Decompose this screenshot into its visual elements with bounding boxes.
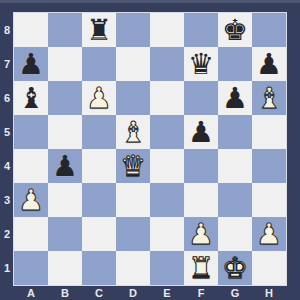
file-label-c: C	[82, 286, 116, 300]
square-c6[interactable]: ♟	[82, 81, 116, 115]
square-b8[interactable]	[48, 13, 82, 47]
square-g8[interactable]: ♚	[218, 13, 252, 47]
square-f8[interactable]	[184, 13, 218, 47]
square-d2[interactable]	[116, 217, 150, 251]
white-pawn[interactable]: ♟	[188, 217, 214, 251]
square-d8[interactable]	[116, 13, 150, 47]
square-e4[interactable]	[150, 149, 184, 183]
rank-label-8: 8	[0, 13, 14, 47]
square-h8[interactable]	[252, 13, 286, 47]
square-f4[interactable]	[184, 149, 218, 183]
chess-board-frame: 87654321 ♜♚♟♛♟♝♟♟♝♝♟♟♛♟♟♟♜♚ ABCDEFGH	[0, 0, 300, 300]
square-a3[interactable]: ♟	[14, 183, 48, 217]
square-h5[interactable]	[252, 115, 286, 149]
square-d3[interactable]	[116, 183, 150, 217]
square-g3[interactable]	[218, 183, 252, 217]
file-labels: ABCDEFGH	[14, 286, 286, 300]
square-a1[interactable]	[14, 251, 48, 285]
square-c3[interactable]	[82, 183, 116, 217]
black-pawn[interactable]: ♟	[18, 47, 44, 81]
board: ♜♚♟♛♟♝♟♟♝♝♟♟♛♟♟♟♜♚	[14, 13, 286, 285]
black-king[interactable]: ♚	[222, 13, 248, 47]
white-pawn[interactable]: ♟	[86, 81, 112, 115]
square-h7[interactable]: ♟	[252, 47, 286, 81]
square-a7[interactable]: ♟	[14, 47, 48, 81]
square-e5[interactable]	[150, 115, 184, 149]
square-c7[interactable]	[82, 47, 116, 81]
square-b5[interactable]	[48, 115, 82, 149]
square-g7[interactable]	[218, 47, 252, 81]
square-d5[interactable]: ♝	[116, 115, 150, 149]
square-g6[interactable]: ♟	[218, 81, 252, 115]
square-a2[interactable]	[14, 217, 48, 251]
square-g5[interactable]	[218, 115, 252, 149]
square-a5[interactable]	[14, 115, 48, 149]
square-f2[interactable]: ♟	[184, 217, 218, 251]
square-b1[interactable]	[48, 251, 82, 285]
square-g2[interactable]	[218, 217, 252, 251]
white-queen[interactable]: ♛	[120, 149, 146, 183]
rank-label-5: 5	[0, 115, 14, 149]
white-pawn[interactable]: ♟	[18, 183, 44, 217]
square-e6[interactable]	[150, 81, 184, 115]
square-d1[interactable]	[116, 251, 150, 285]
square-g4[interactable]	[218, 149, 252, 183]
square-c2[interactable]	[82, 217, 116, 251]
square-e8[interactable]	[150, 13, 184, 47]
square-e2[interactable]	[150, 217, 184, 251]
rank-label-4: 4	[0, 149, 14, 183]
square-c8[interactable]: ♜	[82, 13, 116, 47]
file-label-b: B	[48, 286, 82, 300]
square-d7[interactable]	[116, 47, 150, 81]
white-king[interactable]: ♚	[222, 251, 248, 285]
square-f1[interactable]: ♜	[184, 251, 218, 285]
file-label-f: F	[184, 286, 218, 300]
rank-label-6: 6	[0, 81, 14, 115]
frame-top-strip	[0, 0, 300, 3]
black-pawn[interactable]: ♟	[188, 115, 214, 149]
square-c5[interactable]	[82, 115, 116, 149]
square-b4[interactable]: ♟	[48, 149, 82, 183]
white-pawn[interactable]: ♟	[256, 217, 282, 251]
square-e7[interactable]	[150, 47, 184, 81]
square-e3[interactable]	[150, 183, 184, 217]
square-f7[interactable]: ♛	[184, 47, 218, 81]
square-f5[interactable]: ♟	[184, 115, 218, 149]
square-a4[interactable]	[14, 149, 48, 183]
square-c1[interactable]	[82, 251, 116, 285]
file-label-h: H	[252, 286, 286, 300]
black-queen[interactable]: ♛	[188, 47, 214, 81]
rank-label-7: 7	[0, 47, 14, 81]
square-a6[interactable]: ♝	[14, 81, 48, 115]
square-f3[interactable]	[184, 183, 218, 217]
file-label-g: G	[218, 286, 252, 300]
black-pawn[interactable]: ♟	[52, 149, 78, 183]
black-pawn[interactable]: ♟	[256, 47, 282, 81]
square-f6[interactable]	[184, 81, 218, 115]
square-h4[interactable]	[252, 149, 286, 183]
square-g1[interactable]: ♚	[218, 251, 252, 285]
square-e1[interactable]	[150, 251, 184, 285]
rank-label-2: 2	[0, 217, 14, 251]
white-rook[interactable]: ♜	[188, 251, 214, 285]
rank-label-3: 3	[0, 183, 14, 217]
square-c4[interactable]	[82, 149, 116, 183]
square-b6[interactable]	[48, 81, 82, 115]
square-a8[interactable]	[14, 13, 48, 47]
rank-label-1: 1	[0, 251, 14, 285]
file-label-a: A	[14, 286, 48, 300]
file-label-d: D	[116, 286, 150, 300]
square-d4[interactable]: ♛	[116, 149, 150, 183]
file-label-e: E	[150, 286, 184, 300]
black-rook[interactable]: ♜	[86, 13, 112, 47]
square-b3[interactable]	[48, 183, 82, 217]
white-bishop[interactable]: ♝	[256, 81, 282, 115]
square-h3[interactable]	[252, 183, 286, 217]
white-bishop[interactable]: ♝	[120, 115, 146, 149]
square-h1[interactable]	[252, 251, 286, 285]
black-bishop[interactable]: ♝	[18, 81, 44, 115]
square-d6[interactable]	[116, 81, 150, 115]
black-pawn[interactable]: ♟	[222, 81, 248, 115]
square-b7[interactable]	[48, 47, 82, 81]
rank-labels: 87654321	[0, 13, 14, 285]
square-h6[interactable]: ♝	[252, 81, 286, 115]
square-h2[interactable]: ♟	[252, 217, 286, 251]
square-b2[interactable]	[48, 217, 82, 251]
